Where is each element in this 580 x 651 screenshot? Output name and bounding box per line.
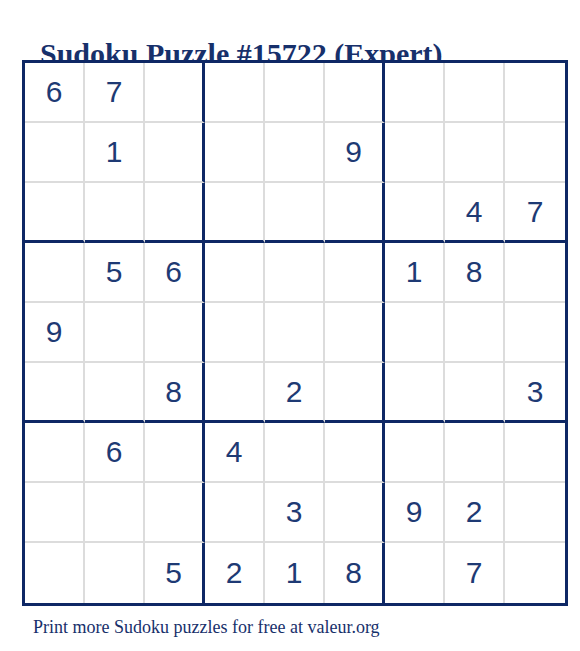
- cell-r3c5[interactable]: [265, 183, 325, 243]
- sudoku-board: 671947561898236439252187: [22, 60, 568, 606]
- cell-r4c8[interactable]: 8: [445, 243, 505, 303]
- cell-r6c6[interactable]: [325, 363, 385, 423]
- cell-r7c3[interactable]: [145, 423, 205, 483]
- cell-r8c9[interactable]: [505, 483, 565, 543]
- cell-r4c7[interactable]: 1: [385, 243, 445, 303]
- cell-r5c4[interactable]: [205, 303, 265, 363]
- cell-r1c1[interactable]: 6: [25, 63, 85, 123]
- cell-r7c8[interactable]: [445, 423, 505, 483]
- cell-r2c6[interactable]: 9: [325, 123, 385, 183]
- cell-r6c7[interactable]: [385, 363, 445, 423]
- cell-r3c9[interactable]: 7: [505, 183, 565, 243]
- cell-r4c6[interactable]: [325, 243, 385, 303]
- cell-r9c5[interactable]: 1: [265, 543, 325, 603]
- cell-r5c7[interactable]: [385, 303, 445, 363]
- cell-r5c6[interactable]: [325, 303, 385, 363]
- cell-r9c6[interactable]: 8: [325, 543, 385, 603]
- cell-r1c8[interactable]: [445, 63, 505, 123]
- cell-r6c1[interactable]: [25, 363, 85, 423]
- cell-r1c6[interactable]: [325, 63, 385, 123]
- cell-r8c2[interactable]: [85, 483, 145, 543]
- cell-r6c3[interactable]: 8: [145, 363, 205, 423]
- cell-r8c6[interactable]: [325, 483, 385, 543]
- cell-r4c9[interactable]: [505, 243, 565, 303]
- cell-r2c2[interactable]: 1: [85, 123, 145, 183]
- cell-r3c8[interactable]: 4: [445, 183, 505, 243]
- cell-r7c5[interactable]: [265, 423, 325, 483]
- cell-r8c4[interactable]: [205, 483, 265, 543]
- cell-r7c4[interactable]: 4: [205, 423, 265, 483]
- cell-r9c9[interactable]: [505, 543, 565, 603]
- cell-r7c9[interactable]: [505, 423, 565, 483]
- cell-r2c1[interactable]: [25, 123, 85, 183]
- cell-r7c6[interactable]: [325, 423, 385, 483]
- cell-r2c5[interactable]: [265, 123, 325, 183]
- cell-r9c3[interactable]: 5: [145, 543, 205, 603]
- cell-r4c5[interactable]: [265, 243, 325, 303]
- cell-r2c7[interactable]: [385, 123, 445, 183]
- cell-r6c9[interactable]: 3: [505, 363, 565, 423]
- cell-r9c8[interactable]: 7: [445, 543, 505, 603]
- cell-r3c2[interactable]: [85, 183, 145, 243]
- cell-r5c8[interactable]: [445, 303, 505, 363]
- cell-r5c3[interactable]: [145, 303, 205, 363]
- cell-r3c6[interactable]: [325, 183, 385, 243]
- cell-r6c4[interactable]: [205, 363, 265, 423]
- cell-r8c8[interactable]: 2: [445, 483, 505, 543]
- cell-r1c9[interactable]: [505, 63, 565, 123]
- cell-r1c2[interactable]: 7: [85, 63, 145, 123]
- cell-r4c4[interactable]: [205, 243, 265, 303]
- cell-r9c1[interactable]: [25, 543, 85, 603]
- cell-r8c3[interactable]: [145, 483, 205, 543]
- cell-r9c2[interactable]: [85, 543, 145, 603]
- cell-r6c8[interactable]: [445, 363, 505, 423]
- cell-r1c3[interactable]: [145, 63, 205, 123]
- cell-r5c1[interactable]: 9: [25, 303, 85, 363]
- cell-r5c2[interactable]: [85, 303, 145, 363]
- cell-r5c5[interactable]: [265, 303, 325, 363]
- cell-r4c1[interactable]: [25, 243, 85, 303]
- cell-r6c5[interactable]: 2: [265, 363, 325, 423]
- cell-r2c9[interactable]: [505, 123, 565, 183]
- footer-text: Print more Sudoku puzzles for free at va…: [33, 615, 380, 639]
- cell-r9c4[interactable]: 2: [205, 543, 265, 603]
- cell-r3c7[interactable]: [385, 183, 445, 243]
- cell-r4c2[interactable]: 5: [85, 243, 145, 303]
- cell-r2c3[interactable]: [145, 123, 205, 183]
- cell-r7c1[interactable]: [25, 423, 85, 483]
- cell-r2c8[interactable]: [445, 123, 505, 183]
- cell-r2c4[interactable]: [205, 123, 265, 183]
- cell-r1c7[interactable]: [385, 63, 445, 123]
- cell-r9c7[interactable]: [385, 543, 445, 603]
- cell-r8c5[interactable]: 3: [265, 483, 325, 543]
- cell-r7c2[interactable]: 6: [85, 423, 145, 483]
- cell-r8c1[interactable]: [25, 483, 85, 543]
- cell-r7c7[interactable]: [385, 423, 445, 483]
- cell-r1c5[interactable]: [265, 63, 325, 123]
- cell-r1c4[interactable]: [205, 63, 265, 123]
- cell-r4c3[interactable]: 6: [145, 243, 205, 303]
- cell-r3c1[interactable]: [25, 183, 85, 243]
- cell-r8c7[interactable]: 9: [385, 483, 445, 543]
- cell-r5c9[interactable]: [505, 303, 565, 363]
- cell-r3c3[interactable]: [145, 183, 205, 243]
- cell-r6c2[interactable]: [85, 363, 145, 423]
- cell-r3c4[interactable]: [205, 183, 265, 243]
